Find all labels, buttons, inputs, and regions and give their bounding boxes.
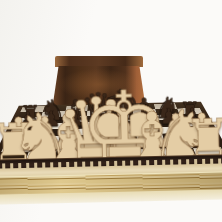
chess-set-photo: ♜♞♝♛♚♝♞♜♟♟♟♟♟♟♟♟♟♟♟♟♟♟♟♟♜♞♝♛♚♝♞♜ [0,0,222,222]
board-scene: ♜♞♝♛♚♝♞♜♟♟♟♟♟♟♟♟♟♟♟♟♟♟♟♟♜♞♝♛♚♝♞♜ [0,0,222,222]
